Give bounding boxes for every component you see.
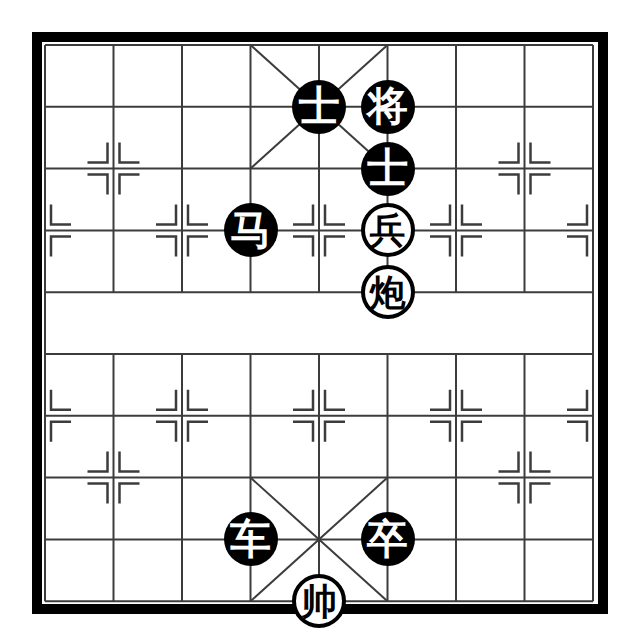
piece-red-cannon[interactable]: 炮 [361, 265, 415, 319]
xiangqi-board: 士将士马兵炮车卒帅 [0, 0, 640, 640]
piece-black-general[interactable]: 将 [361, 80, 415, 134]
piece-black-chariot[interactable]: 车 [224, 512, 278, 566]
piece-black-advisor-2[interactable]: 士 [361, 142, 415, 196]
piece-black-soldier[interactable]: 卒 [361, 512, 415, 566]
piece-red-soldier[interactable]: 兵 [361, 203, 415, 257]
pieces-layer: 士将士马兵炮车卒帅 [11, 14, 628, 632]
piece-black-horse[interactable]: 马 [224, 203, 278, 257]
piece-red-general[interactable]: 帅 [292, 574, 346, 628]
piece-black-advisor-1[interactable]: 士 [292, 80, 346, 134]
